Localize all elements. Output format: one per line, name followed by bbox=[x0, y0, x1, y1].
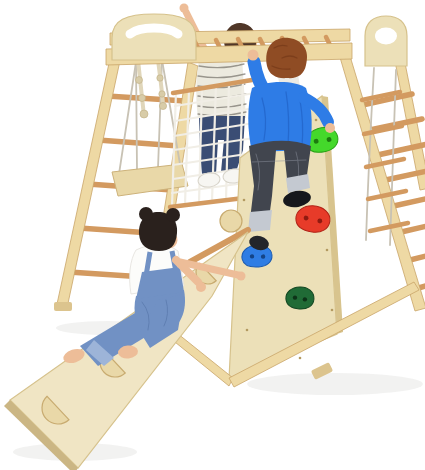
product-photo-canvas bbox=[0, 0, 425, 470]
right-arch-panel bbox=[365, 16, 407, 66]
arch-hole bbox=[375, 28, 397, 45]
boy-left-hand bbox=[248, 50, 259, 61]
raised-hand bbox=[180, 4, 189, 13]
ramp-hook-disc bbox=[220, 210, 242, 232]
girl-far-hand bbox=[237, 272, 246, 281]
boy-cuff-left bbox=[248, 210, 272, 232]
left-arch-panel bbox=[112, 14, 196, 60]
girl-pigtail-right bbox=[166, 208, 180, 222]
boy-hair bbox=[266, 38, 307, 78]
left-ladder-foot bbox=[54, 302, 72, 311]
climbing-gym-scene bbox=[0, 0, 425, 470]
girl-pigtail-left bbox=[139, 207, 153, 221]
boy-right-hand bbox=[325, 123, 335, 133]
girl-near-hand bbox=[196, 282, 206, 292]
